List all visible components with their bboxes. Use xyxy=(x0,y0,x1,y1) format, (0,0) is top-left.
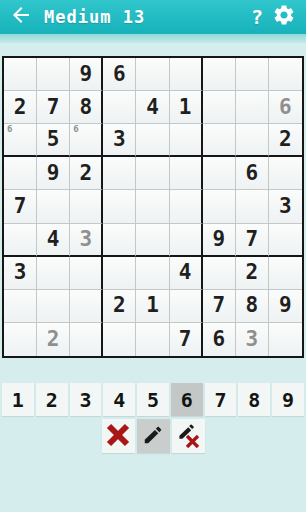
cell-r9c6[interactable]: 7 xyxy=(170,323,203,356)
cell-r9c2[interactable]: 2 xyxy=(37,323,70,356)
cell-r9c7[interactable]: 6 xyxy=(203,323,236,356)
cell-r2c6[interactable]: 1 xyxy=(170,91,203,124)
cell-r3c7[interactable] xyxy=(203,124,236,157)
cell-r8c2[interactable] xyxy=(37,290,70,323)
cell-r3c9[interactable]: 2 xyxy=(269,124,302,157)
cell-r4c1[interactable] xyxy=(4,157,37,190)
given-digit: 9 xyxy=(279,295,292,316)
given-digit: 3 xyxy=(113,129,126,150)
cell-r6c6[interactable] xyxy=(170,224,203,257)
given-digit: 2 xyxy=(279,129,292,150)
given-digit: 2 xyxy=(245,262,258,283)
page-title: Medium 13 xyxy=(44,7,244,27)
cell-r5c2[interactable] xyxy=(37,190,70,223)
cell-r9c8[interactable]: 3 xyxy=(236,323,269,356)
cell-r5c7[interactable] xyxy=(203,190,236,223)
given-digit: 2 xyxy=(14,97,27,118)
settings-button[interactable] xyxy=(270,3,298,31)
cell-r1c6[interactable] xyxy=(170,58,203,91)
cell-r1c1[interactable] xyxy=(4,58,37,91)
cell-r1c2[interactable] xyxy=(37,58,70,91)
cell-r4c8[interactable]: 6 xyxy=(236,157,269,190)
cell-r2c4[interactable] xyxy=(103,91,136,124)
erase-notes-button[interactable] xyxy=(172,419,205,453)
cell-r8c1[interactable] xyxy=(4,290,37,323)
numpad-3[interactable]: 3 xyxy=(70,383,102,416)
cell-r9c3[interactable] xyxy=(70,323,103,356)
given-digit: 9 xyxy=(212,229,225,250)
cell-r5c8[interactable] xyxy=(236,190,269,223)
arrow-left-icon xyxy=(9,3,33,31)
numpad-8[interactable]: 8 xyxy=(238,383,270,416)
help-button[interactable]: ? xyxy=(244,5,270,29)
numpad-4[interactable]: 4 xyxy=(103,383,135,416)
given-digit: 9 xyxy=(47,163,60,184)
cell-r5c4[interactable] xyxy=(103,190,136,223)
cell-r3c5[interactable] xyxy=(136,124,169,157)
given-digit: 7 xyxy=(179,329,192,350)
given-digit: 7 xyxy=(245,229,258,250)
pencil-icon xyxy=(142,424,164,449)
back-button[interactable] xyxy=(8,4,34,30)
cell-r5c1[interactable]: 7 xyxy=(4,190,37,223)
cell-r7c8[interactable]: 2 xyxy=(236,257,269,290)
cell-r8c9[interactable]: 9 xyxy=(269,290,302,323)
numpad-1[interactable]: 1 xyxy=(2,383,34,416)
cell-r1c4[interactable]: 6 xyxy=(103,58,136,91)
header-shadow-strip xyxy=(0,34,306,43)
user-digit: 6 xyxy=(279,97,292,118)
cell-r4c3[interactable]: 2 xyxy=(70,157,103,190)
given-digit: 2 xyxy=(79,163,92,184)
given-digit: 6 xyxy=(245,163,258,184)
cell-r6c5[interactable] xyxy=(136,224,169,257)
given-digit: 9 xyxy=(79,64,92,85)
cell-r8c4[interactable]: 2 xyxy=(103,290,136,323)
cell-r2c2[interactable]: 7 xyxy=(37,91,70,124)
numpad-2[interactable]: 2 xyxy=(36,383,68,416)
cell-r3c4[interactable]: 3 xyxy=(103,124,136,157)
cell-r8c3[interactable] xyxy=(70,290,103,323)
numpad-5[interactable]: 5 xyxy=(137,383,169,416)
cell-r4c2[interactable]: 9 xyxy=(37,157,70,190)
cell-r7c1[interactable]: 3 xyxy=(4,257,37,290)
pencil-note: 6 xyxy=(7,125,12,134)
cell-r5c5[interactable] xyxy=(136,190,169,223)
cell-r5c6[interactable] xyxy=(170,190,203,223)
user-digit: 3 xyxy=(245,329,258,350)
user-digit: 3 xyxy=(79,229,92,250)
cell-r9c1[interactable] xyxy=(4,323,37,356)
cell-r1c7[interactable] xyxy=(203,58,236,91)
given-digit: 4 xyxy=(146,97,159,118)
numpad-7[interactable]: 7 xyxy=(205,383,237,416)
cell-r3c6[interactable] xyxy=(170,124,203,157)
given-digit: 5 xyxy=(47,129,60,150)
cell-r1c5[interactable] xyxy=(136,58,169,91)
pencil-x-icon xyxy=(175,422,201,451)
cell-r8c6[interactable] xyxy=(170,290,203,323)
cell-r9c9[interactable] xyxy=(269,323,302,356)
erase-button[interactable] xyxy=(102,419,135,453)
cell-r6c3[interactable]: 3 xyxy=(70,224,103,257)
cell-r3c2[interactable]: 5 xyxy=(37,124,70,157)
cell-r3c3[interactable]: 6 xyxy=(70,124,103,157)
pencil-mode-button[interactable] xyxy=(137,419,170,453)
numpad-6[interactable]: 6 xyxy=(171,383,203,416)
cell-r7c7[interactable] xyxy=(203,257,236,290)
given-digit: 2 xyxy=(113,295,126,316)
cell-r2c5[interactable]: 4 xyxy=(136,91,169,124)
cell-r7c9[interactable] xyxy=(269,257,302,290)
cell-r2c3[interactable]: 8 xyxy=(70,91,103,124)
cell-r7c2[interactable] xyxy=(37,257,70,290)
cell-r7c6[interactable]: 4 xyxy=(170,257,203,290)
pencil-note: 6 xyxy=(73,125,78,134)
given-digit: 3 xyxy=(279,196,292,217)
user-digit: 2 xyxy=(47,329,60,350)
header: Medium 13 ? xyxy=(0,0,306,34)
cell-r2c1[interactable]: 2 xyxy=(4,91,37,124)
cell-r4c9[interactable] xyxy=(269,157,302,190)
cell-r4c7[interactable] xyxy=(203,157,236,190)
cell-r1c9[interactable] xyxy=(269,58,302,91)
cell-r1c3[interactable]: 9 xyxy=(70,58,103,91)
cell-r4c6[interactable] xyxy=(170,157,203,190)
given-digit: 8 xyxy=(245,295,258,316)
cell-r5c9[interactable]: 3 xyxy=(269,190,302,223)
cell-r2c7[interactable] xyxy=(203,91,236,124)
cell-r8c8[interactable]: 8 xyxy=(236,290,269,323)
given-digit: 4 xyxy=(179,262,192,283)
given-digit: 3 xyxy=(14,262,27,283)
given-digit: 6 xyxy=(113,64,126,85)
cell-r9c5[interactable] xyxy=(136,323,169,356)
cell-r8c7[interactable]: 7 xyxy=(203,290,236,323)
cell-r5c3[interactable] xyxy=(70,190,103,223)
cell-r3c1[interactable]: 6 xyxy=(4,124,37,157)
given-digit: 7 xyxy=(14,196,27,217)
sudoku-app: Medium 13 ? 9627841665632926734397342217… xyxy=(0,0,306,512)
cell-r8c5[interactable]: 1 xyxy=(136,290,169,323)
numpad-9[interactable]: 9 xyxy=(272,383,304,416)
cell-r1c8[interactable] xyxy=(236,58,269,91)
cell-r6c8[interactable]: 7 xyxy=(236,224,269,257)
cell-r6c4[interactable] xyxy=(103,224,136,257)
cell-r4c5[interactable] xyxy=(136,157,169,190)
given-digit: 7 xyxy=(47,97,60,118)
given-digit: 4 xyxy=(47,229,60,250)
cell-r4c4[interactable] xyxy=(103,157,136,190)
given-digit: 1 xyxy=(146,295,159,316)
gear-icon xyxy=(272,3,296,31)
cell-r6c2[interactable]: 4 xyxy=(37,224,70,257)
cell-r6c1[interactable] xyxy=(4,224,37,257)
given-digit: 1 xyxy=(179,97,192,118)
given-digit: 7 xyxy=(212,295,225,316)
cell-r7c5[interactable] xyxy=(136,257,169,290)
cell-r2c9[interactable]: 6 xyxy=(269,91,302,124)
cell-r3c8[interactable] xyxy=(236,124,269,157)
given-digit: 8 xyxy=(79,97,92,118)
cell-r2c8[interactable] xyxy=(236,91,269,124)
sudoku-board: 9627841665632926734397342217892763 xyxy=(2,56,304,358)
action-bar xyxy=(0,419,306,453)
number-pad: 123456789 xyxy=(2,383,304,416)
cell-r6c9[interactable] xyxy=(269,224,302,257)
cell-r9c4[interactable] xyxy=(103,323,136,356)
question-mark-icon: ? xyxy=(251,5,263,29)
cell-r7c4[interactable] xyxy=(103,257,136,290)
cell-r7c3[interactable] xyxy=(70,257,103,290)
given-digit: 6 xyxy=(212,329,225,350)
cell-r6c7[interactable]: 9 xyxy=(203,224,236,257)
red-x-icon xyxy=(105,422,131,451)
